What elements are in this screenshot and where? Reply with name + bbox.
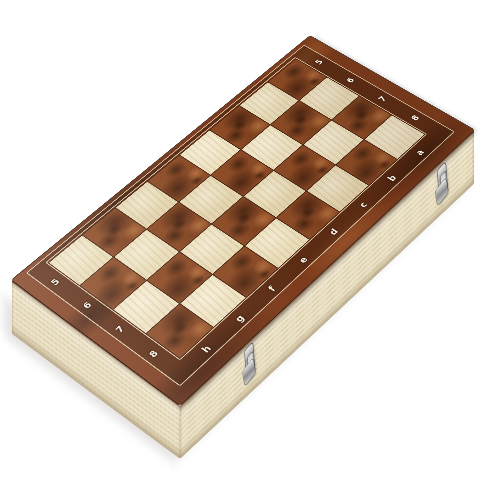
clasp-lever-icon <box>243 358 256 385</box>
metal-clasp-left <box>242 339 256 396</box>
clasp-lever-icon <box>435 178 448 205</box>
product-photo-folding-chess-box: hgfedcba55667788 <box>0 0 500 500</box>
metal-clasp-right <box>435 158 449 215</box>
